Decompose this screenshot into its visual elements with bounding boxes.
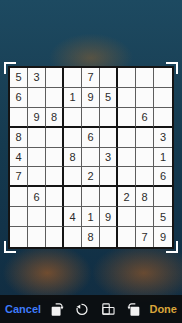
sudoku-cell: 6 <box>154 167 172 187</box>
edit-toolbar: Cancel <box>0 295 182 323</box>
sudoku-cell <box>46 227 64 247</box>
sudoku-cell: 3 <box>154 128 172 148</box>
rotate-right-icon <box>49 301 65 317</box>
sudoku-cell <box>154 187 172 207</box>
sudoku-cell <box>46 187 64 207</box>
sudoku-cell <box>118 148 136 168</box>
sudoku-cell <box>46 128 64 148</box>
sudoku-cell: 7 <box>10 167 28 187</box>
sudoku-cell <box>118 167 136 187</box>
sudoku-cell: 9 <box>82 88 100 108</box>
sudoku-cell: 5 <box>154 207 172 227</box>
sudoku-cell: 6 <box>28 187 46 207</box>
rotate-right-button[interactable] <box>47 299 67 319</box>
sudoku-cell <box>118 88 136 108</box>
sudoku-cell <box>10 108 28 128</box>
sudoku-cell <box>154 88 172 108</box>
sudoku-cell <box>82 148 100 168</box>
sudoku-cell <box>136 148 154 168</box>
sudoku-cell: 2 <box>82 167 100 187</box>
sudoku-cell <box>136 88 154 108</box>
sudoku-cell: 6 <box>136 108 154 128</box>
sudoku-cell <box>100 187 118 207</box>
sudoku-cell: 7 <box>82 68 100 88</box>
sudoku-cell <box>28 207 46 227</box>
sudoku-cell: 6 <box>10 88 28 108</box>
sudoku-cell <box>118 207 136 227</box>
rotate-left-button[interactable] <box>124 299 144 319</box>
sudoku-cell <box>64 187 82 207</box>
sudoku-cell: 3 <box>28 68 46 88</box>
sudoku-cell <box>46 207 64 227</box>
sudoku-cell <box>46 148 64 168</box>
aspect-ratio-icon <box>100 301 116 317</box>
sudoku-cell: 9 <box>28 108 46 128</box>
crop-handle-top-right[interactable] <box>166 62 178 74</box>
sudoku-cell <box>100 227 118 247</box>
sudoku-cell <box>64 128 82 148</box>
sudoku-cell <box>100 108 118 128</box>
sudoku-board: 537619598686348317266284195879 <box>8 66 174 249</box>
sudoku-cell <box>46 88 64 108</box>
sudoku-cell: 4 <box>64 207 82 227</box>
crop-area[interactable]: 537619598686348317266284195879 <box>8 66 174 249</box>
sudoku-cell: 6 <box>82 128 100 148</box>
sudoku-cell <box>64 68 82 88</box>
sudoku-cell <box>136 167 154 187</box>
done-button[interactable]: Done <box>149 303 177 315</box>
sudoku-cell <box>28 167 46 187</box>
sudoku-cell <box>10 187 28 207</box>
cancel-button[interactable]: Cancel <box>5 303 41 315</box>
crop-handle-top-left[interactable] <box>4 62 16 74</box>
sudoku-cell: 8 <box>46 108 64 128</box>
sudoku-cell <box>46 167 64 187</box>
reset-rotation-button[interactable] <box>72 299 92 319</box>
crop-handle-bottom-left[interactable] <box>4 241 16 253</box>
sudoku-cell <box>118 128 136 148</box>
sudoku-cell: 5 <box>100 88 118 108</box>
sudoku-cell <box>28 88 46 108</box>
sudoku-cell <box>28 227 46 247</box>
sudoku-cell <box>82 187 100 207</box>
sudoku-cell <box>64 167 82 187</box>
sudoku-cell <box>28 128 46 148</box>
sudoku-cell <box>136 68 154 88</box>
sudoku-cell <box>118 68 136 88</box>
sudoku-cell: 8 <box>64 148 82 168</box>
sudoku-cell: 8 <box>136 187 154 207</box>
sudoku-cell <box>28 148 46 168</box>
reset-rotation-icon <box>74 301 90 317</box>
sudoku-cell <box>118 108 136 128</box>
blurred-photo-background: 537619598686348317266284195879 Cancel <box>0 0 182 323</box>
sudoku-cell: 1 <box>64 88 82 108</box>
sudoku-cell: 9 <box>100 207 118 227</box>
sudoku-cell: 8 <box>82 227 100 247</box>
sudoku-cell <box>64 108 82 128</box>
sudoku-cell <box>46 68 64 88</box>
crop-handle-bottom-right[interactable] <box>166 241 178 253</box>
sudoku-cell: 3 <box>100 148 118 168</box>
sudoku-cell <box>64 227 82 247</box>
sudoku-cell <box>100 68 118 88</box>
sudoku-cell: 8 <box>10 128 28 148</box>
sudoku-cell: 4 <box>10 148 28 168</box>
sudoku-cell: 7 <box>136 227 154 247</box>
sudoku-cell <box>118 227 136 247</box>
sudoku-cell <box>10 207 28 227</box>
sudoku-cell <box>100 167 118 187</box>
sudoku-cell <box>100 128 118 148</box>
rotate-left-icon <box>126 301 142 317</box>
sudoku-cell: 2 <box>118 187 136 207</box>
sudoku-cell <box>136 128 154 148</box>
sudoku-cell <box>136 207 154 227</box>
aspect-ratio-button[interactable] <box>98 299 118 319</box>
sudoku-cell <box>154 108 172 128</box>
sudoku-cell: 1 <box>82 207 100 227</box>
sudoku-cell <box>82 108 100 128</box>
sudoku-cell: 1 <box>154 148 172 168</box>
